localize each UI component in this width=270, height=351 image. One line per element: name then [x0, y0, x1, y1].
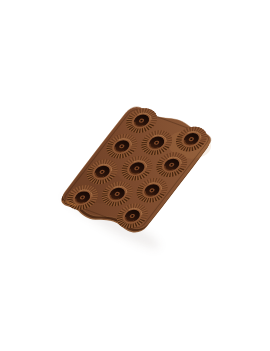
chocolate-mold: silikomart: [52, 99, 222, 238]
product-photo: silikomart: [0, 0, 270, 351]
